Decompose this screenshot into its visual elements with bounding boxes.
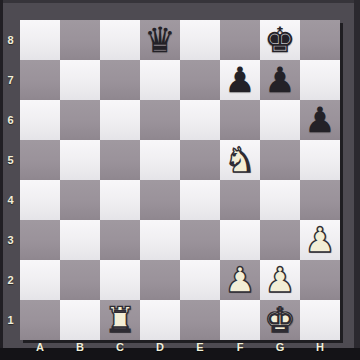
square-b5[interactable]	[60, 140, 100, 180]
square-b1[interactable]	[60, 300, 100, 340]
square-h6[interactable]: ♟	[300, 100, 340, 140]
square-h5[interactable]	[300, 140, 340, 180]
square-d2[interactable]	[140, 260, 180, 300]
white-pawn-g2[interactable]: ♟	[264, 260, 295, 300]
square-a7[interactable]	[20, 60, 60, 100]
square-f7[interactable]: ♟	[220, 60, 260, 100]
square-a2[interactable]	[20, 260, 60, 300]
frame-edge-top	[0, 0, 360, 3]
rank-label-1: 1	[2, 300, 19, 340]
file-label-f: F	[220, 341, 260, 354]
square-b3[interactable]	[60, 220, 100, 260]
square-f4[interactable]	[220, 180, 260, 220]
square-a1[interactable]	[20, 300, 60, 340]
square-f2[interactable]: ♟	[220, 260, 260, 300]
square-d5[interactable]	[140, 140, 180, 180]
file-label-e: E	[180, 341, 220, 354]
square-c7[interactable]	[100, 60, 140, 100]
chess-widget: 87654321 ♛♚♟♟♟♞♟♟♟♜♚ ABCDEFGH	[0, 0, 360, 360]
square-e7[interactable]	[180, 60, 220, 100]
square-e2[interactable]	[180, 260, 220, 300]
rank-label-4: 4	[2, 180, 19, 220]
square-c6[interactable]	[100, 100, 140, 140]
square-h2[interactable]	[300, 260, 340, 300]
square-f8[interactable]	[220, 20, 260, 60]
chess-board: ♛♚♟♟♟♞♟♟♟♜♚	[20, 20, 340, 340]
square-e8[interactable]	[180, 20, 220, 60]
file-label-a: A	[20, 341, 60, 354]
square-g1[interactable]: ♚	[260, 300, 300, 340]
square-e3[interactable]	[180, 220, 220, 260]
rank-label-2: 2	[2, 260, 19, 300]
file-label-h: H	[300, 341, 340, 354]
square-h1[interactable]	[300, 300, 340, 340]
rank-label-8: 8	[2, 20, 19, 60]
square-d4[interactable]	[140, 180, 180, 220]
square-d7[interactable]	[140, 60, 180, 100]
square-g5[interactable]	[260, 140, 300, 180]
square-a3[interactable]	[20, 220, 60, 260]
square-h8[interactable]	[300, 20, 340, 60]
square-e1[interactable]	[180, 300, 220, 340]
square-e6[interactable]	[180, 100, 220, 140]
board-wrap: ♛♚♟♟♟♞♟♟♟♜♚	[20, 20, 340, 340]
black-pawn-g7[interactable]: ♟	[264, 60, 295, 100]
square-b7[interactable]	[60, 60, 100, 100]
square-b8[interactable]	[60, 20, 100, 60]
square-g2[interactable]: ♟	[260, 260, 300, 300]
square-e4[interactable]	[180, 180, 220, 220]
square-g7[interactable]: ♟	[260, 60, 300, 100]
square-h4[interactable]	[300, 180, 340, 220]
white-rook-c1[interactable]: ♜	[104, 300, 135, 340]
square-h7[interactable]	[300, 60, 340, 100]
square-d6[interactable]	[140, 100, 180, 140]
square-g8[interactable]: ♚	[260, 20, 300, 60]
rank-label-7: 7	[2, 60, 19, 100]
rank-label-5: 5	[2, 140, 19, 180]
square-d3[interactable]	[140, 220, 180, 260]
square-c4[interactable]	[100, 180, 140, 220]
square-f5[interactable]: ♞	[220, 140, 260, 180]
white-knight-f5[interactable]: ♞	[224, 140, 255, 180]
square-b2[interactable]	[60, 260, 100, 300]
square-a8[interactable]	[20, 20, 60, 60]
square-e5[interactable]	[180, 140, 220, 180]
square-c3[interactable]	[100, 220, 140, 260]
black-queen-d8[interactable]: ♛	[144, 20, 175, 60]
square-d8[interactable]: ♛	[140, 20, 180, 60]
square-g4[interactable]	[260, 180, 300, 220]
square-a5[interactable]	[20, 140, 60, 180]
square-f6[interactable]	[220, 100, 260, 140]
square-f3[interactable]	[220, 220, 260, 260]
rank-label-3: 3	[2, 220, 19, 260]
rank-label-6: 6	[2, 100, 19, 140]
black-king-g8[interactable]: ♚	[264, 20, 295, 60]
white-pawn-h3[interactable]: ♟	[304, 220, 335, 260]
frame-edge-right	[354, 0, 360, 360]
white-king-g1[interactable]: ♚	[264, 300, 295, 340]
square-c1[interactable]: ♜	[100, 300, 140, 340]
black-pawn-h6[interactable]: ♟	[304, 100, 335, 140]
square-g3[interactable]	[260, 220, 300, 260]
file-label-c: C	[100, 341, 140, 354]
square-f1[interactable]	[220, 300, 260, 340]
square-c2[interactable]	[100, 260, 140, 300]
square-a4[interactable]	[20, 180, 60, 220]
square-g6[interactable]	[260, 100, 300, 140]
square-c8[interactable]	[100, 20, 140, 60]
black-pawn-f7[interactable]: ♟	[224, 60, 255, 100]
square-a6[interactable]	[20, 100, 60, 140]
file-label-d: D	[140, 341, 180, 354]
square-c5[interactable]	[100, 140, 140, 180]
square-h3[interactable]: ♟	[300, 220, 340, 260]
square-b6[interactable]	[60, 100, 100, 140]
square-b4[interactable]	[60, 180, 100, 220]
file-label-g: G	[260, 341, 300, 354]
white-pawn-f2[interactable]: ♟	[224, 260, 255, 300]
file-label-b: B	[60, 341, 100, 354]
square-d1[interactable]	[140, 300, 180, 340]
